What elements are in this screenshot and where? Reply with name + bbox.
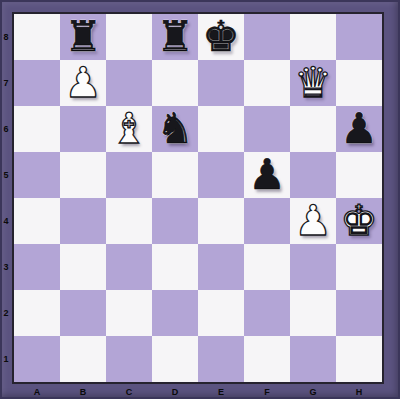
square-g4[interactable]: ♟ <box>290 198 336 244</box>
square-b7[interactable]: ♟ <box>60 60 106 106</box>
square-g8[interactable] <box>290 14 336 60</box>
square-e3[interactable] <box>198 244 244 290</box>
rank-label-4: 4 <box>0 198 12 244</box>
square-f3[interactable] <box>244 244 290 290</box>
rank-label-7: 7 <box>0 60 12 106</box>
square-h3[interactable] <box>336 244 382 290</box>
file-label-a: A <box>14 384 60 399</box>
square-c8[interactable] <box>106 14 152 60</box>
square-f7[interactable] <box>244 60 290 106</box>
square-d8[interactable]: ♜ <box>152 14 198 60</box>
file-labels: ABCDEFGH <box>14 384 382 399</box>
square-a3[interactable] <box>14 244 60 290</box>
file-label-g: G <box>290 384 336 399</box>
file-label-c: C <box>106 384 152 399</box>
square-g1[interactable] <box>290 336 336 382</box>
square-a2[interactable] <box>14 290 60 336</box>
file-label-h: H <box>336 384 382 399</box>
square-b5[interactable] <box>60 152 106 198</box>
square-h2[interactable] <box>336 290 382 336</box>
square-b3[interactable] <box>60 244 106 290</box>
square-e6[interactable] <box>198 106 244 152</box>
piece-black-king[interactable]: ♚ <box>202 14 240 60</box>
piece-black-pawn[interactable]: ♟ <box>340 106 378 152</box>
square-f5[interactable]: ♟ <box>244 152 290 198</box>
piece-black-knight[interactable]: ♞ <box>156 106 194 152</box>
square-h4[interactable]: ♚ <box>336 198 382 244</box>
square-c6[interactable]: ♝ <box>106 106 152 152</box>
square-h7[interactable] <box>336 60 382 106</box>
file-label-b: B <box>60 384 106 399</box>
rank-label-8: 8 <box>0 14 12 60</box>
square-d1[interactable] <box>152 336 198 382</box>
square-h8[interactable] <box>336 14 382 60</box>
file-label-f: F <box>244 384 290 399</box>
piece-black-rook[interactable]: ♜ <box>156 14 194 60</box>
piece-white-king[interactable]: ♚ <box>340 198 378 244</box>
square-d5[interactable] <box>152 152 198 198</box>
square-f6[interactable] <box>244 106 290 152</box>
file-label-e: E <box>198 384 244 399</box>
square-a5[interactable] <box>14 152 60 198</box>
piece-white-queen[interactable]: ♛ <box>294 60 332 106</box>
square-a6[interactable] <box>14 106 60 152</box>
file-label-d: D <box>152 384 198 399</box>
square-g5[interactable] <box>290 152 336 198</box>
chess-board-frame: 87654321 ♜♜♚♟♛♝♞♟♟♟♚ ABCDEFGH <box>0 0 400 399</box>
square-g7[interactable]: ♛ <box>290 60 336 106</box>
square-f4[interactable] <box>244 198 290 244</box>
rank-label-1: 1 <box>0 336 12 382</box>
square-d3[interactable] <box>152 244 198 290</box>
rank-label-2: 2 <box>0 290 12 336</box>
square-b4[interactable] <box>60 198 106 244</box>
square-a1[interactable] <box>14 336 60 382</box>
square-b8[interactable]: ♜ <box>60 14 106 60</box>
rank-label-3: 3 <box>0 244 12 290</box>
square-e7[interactable] <box>198 60 244 106</box>
square-h1[interactable] <box>336 336 382 382</box>
piece-black-pawn[interactable]: ♟ <box>248 152 286 198</box>
board[interactable]: ♜♜♚♟♛♝♞♟♟♟♚ <box>12 12 384 384</box>
square-f1[interactable] <box>244 336 290 382</box>
square-d6[interactable]: ♞ <box>152 106 198 152</box>
square-e8[interactable]: ♚ <box>198 14 244 60</box>
rank-label-5: 5 <box>0 152 12 198</box>
rank-labels: 87654321 <box>0 14 12 382</box>
square-b6[interactable] <box>60 106 106 152</box>
piece-white-pawn[interactable]: ♟ <box>64 60 102 106</box>
square-d7[interactable] <box>152 60 198 106</box>
piece-white-pawn[interactable]: ♟ <box>294 198 332 244</box>
square-c2[interactable] <box>106 290 152 336</box>
square-c5[interactable] <box>106 152 152 198</box>
square-f2[interactable] <box>244 290 290 336</box>
square-f8[interactable] <box>244 14 290 60</box>
square-a4[interactable] <box>14 198 60 244</box>
piece-white-bishop[interactable]: ♝ <box>110 106 148 152</box>
square-g3[interactable] <box>290 244 336 290</box>
piece-black-rook[interactable]: ♜ <box>64 14 102 60</box>
square-g2[interactable] <box>290 290 336 336</box>
square-h5[interactable] <box>336 152 382 198</box>
square-b1[interactable] <box>60 336 106 382</box>
square-c4[interactable] <box>106 198 152 244</box>
square-e2[interactable] <box>198 290 244 336</box>
square-d2[interactable] <box>152 290 198 336</box>
square-e1[interactable] <box>198 336 244 382</box>
square-c1[interactable] <box>106 336 152 382</box>
rank-label-6: 6 <box>0 106 12 152</box>
square-e4[interactable] <box>198 198 244 244</box>
square-e5[interactable] <box>198 152 244 198</box>
square-g6[interactable] <box>290 106 336 152</box>
square-a7[interactable] <box>14 60 60 106</box>
square-d4[interactable] <box>152 198 198 244</box>
square-c3[interactable] <box>106 244 152 290</box>
square-a8[interactable] <box>14 14 60 60</box>
square-h6[interactable]: ♟ <box>336 106 382 152</box>
square-b2[interactable] <box>60 290 106 336</box>
square-c7[interactable] <box>106 60 152 106</box>
